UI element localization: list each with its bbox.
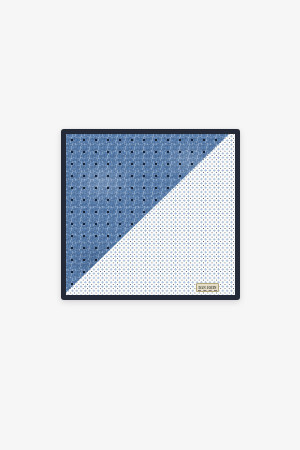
pocket-square-fabric: DAN JOHN — [66, 134, 235, 295]
product-photo-scene: DAN JOHN — [0, 0, 300, 450]
brand-label-text: DAN JOHN — [198, 286, 216, 289]
brand-label: DAN JOHN — [196, 283, 219, 292]
pocket-square: DAN JOHN — [61, 129, 240, 300]
